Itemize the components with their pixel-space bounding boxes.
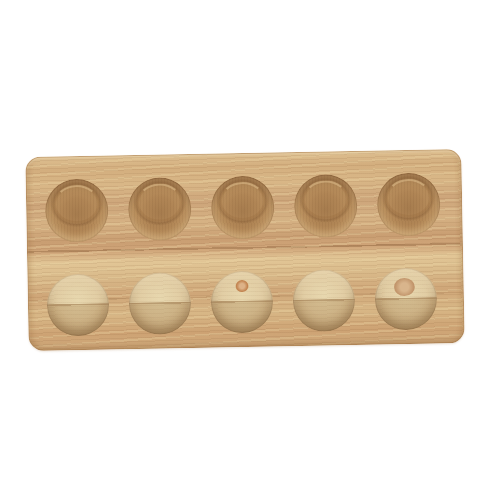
pit-r0-c0[interactable]: [45, 179, 109, 243]
pit-r1-c0[interactable]: [46, 274, 109, 337]
wood-knot: [394, 278, 415, 296]
mancala-board: [25, 149, 464, 351]
pit-r0-c1[interactable]: [128, 177, 192, 241]
pit-r0-c2[interactable]: [211, 175, 275, 239]
pit-r0-c3[interactable]: [294, 174, 358, 238]
pit-r0-c4[interactable]: [377, 172, 441, 236]
wood-knot: [235, 280, 248, 292]
board-row-top: [45, 172, 441, 242]
pit-r1-c3[interactable]: [292, 269, 355, 332]
pit-r1-c2[interactable]: [210, 271, 273, 334]
photo-background: [0, 0, 500, 500]
board-row-bottom: [46, 267, 437, 336]
pit-r1-c1[interactable]: [128, 272, 191, 335]
pit-r1-c4[interactable]: [374, 267, 437, 330]
